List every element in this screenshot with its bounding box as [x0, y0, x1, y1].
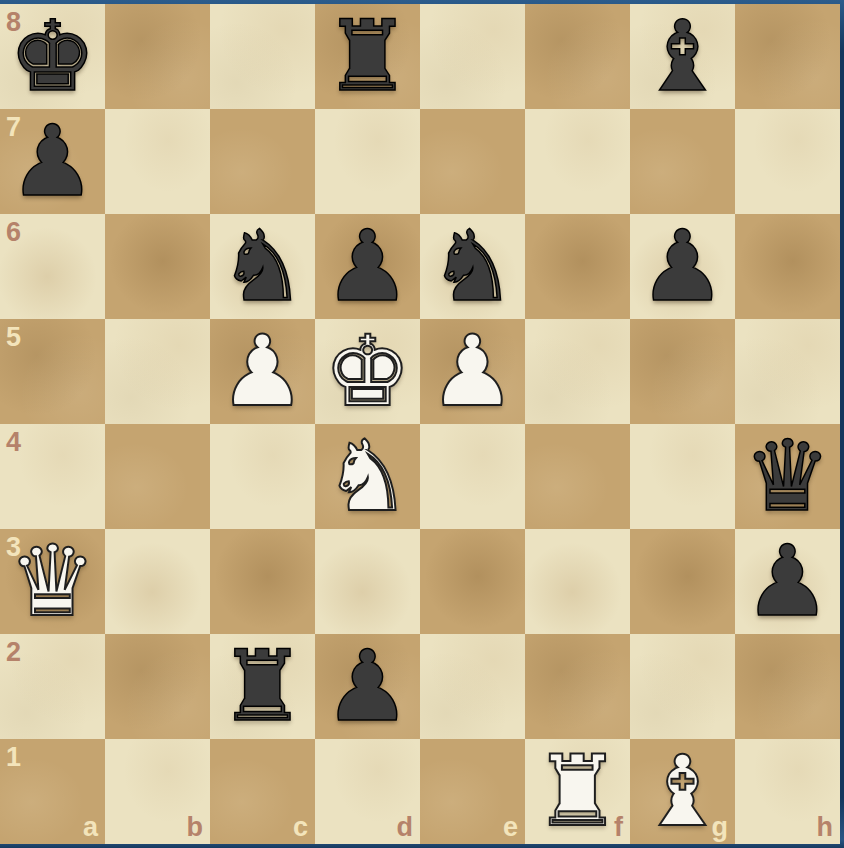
- square-a7[interactable]: 7♟: [0, 109, 105, 214]
- square-g8[interactable]: ♝: [630, 4, 735, 109]
- square-c7[interactable]: [210, 109, 315, 214]
- square-b2[interactable]: [105, 634, 210, 739]
- piece-white-queen-a3[interactable]: ♛: [0, 529, 105, 634]
- file-label-h: h: [817, 814, 834, 841]
- square-c5[interactable]: ♟: [210, 319, 315, 424]
- square-d3[interactable]: [315, 529, 420, 634]
- piece-black-pawn-h3[interactable]: ♟: [735, 529, 840, 634]
- piece-black-knight-c6[interactable]: ♞: [210, 214, 315, 319]
- square-b3[interactable]: [105, 529, 210, 634]
- square-d1[interactable]: d: [315, 739, 420, 844]
- square-f2[interactable]: [525, 634, 630, 739]
- rank-label-1: 1: [6, 744, 21, 771]
- square-h5[interactable]: [735, 319, 840, 424]
- square-e1[interactable]: e: [420, 739, 525, 844]
- square-f7[interactable]: [525, 109, 630, 214]
- rank-label-5: 5: [6, 324, 21, 351]
- square-c4[interactable]: [210, 424, 315, 529]
- piece-white-pawn-e5[interactable]: ♟: [420, 319, 525, 424]
- piece-black-knight-e6[interactable]: ♞: [420, 214, 525, 319]
- square-a2[interactable]: 2: [0, 634, 105, 739]
- square-d5[interactable]: ♚: [315, 319, 420, 424]
- square-g3[interactable]: [630, 529, 735, 634]
- file-label-a: a: [83, 814, 98, 841]
- file-label-e: e: [503, 814, 518, 841]
- square-g1[interactable]: g♝: [630, 739, 735, 844]
- square-h7[interactable]: [735, 109, 840, 214]
- square-e6[interactable]: ♞: [420, 214, 525, 319]
- piece-black-pawn-d6[interactable]: ♟: [315, 214, 420, 319]
- square-e3[interactable]: [420, 529, 525, 634]
- square-h6[interactable]: [735, 214, 840, 319]
- square-f6[interactable]: [525, 214, 630, 319]
- square-e5[interactable]: ♟: [420, 319, 525, 424]
- piece-white-rook-f1[interactable]: ♜: [525, 739, 630, 844]
- rank-label-6: 6: [6, 219, 21, 246]
- piece-black-rook-d8[interactable]: ♜: [315, 4, 420, 109]
- piece-white-pawn-c5[interactable]: ♟: [210, 319, 315, 424]
- square-f1[interactable]: f♜: [525, 739, 630, 844]
- square-e2[interactable]: [420, 634, 525, 739]
- square-d7[interactable]: [315, 109, 420, 214]
- square-c2[interactable]: ♜: [210, 634, 315, 739]
- file-label-d: d: [397, 814, 414, 841]
- square-h8[interactable]: [735, 4, 840, 109]
- square-g4[interactable]: [630, 424, 735, 529]
- square-c1[interactable]: c: [210, 739, 315, 844]
- square-h4[interactable]: ♛: [735, 424, 840, 529]
- rank-label-4: 4: [6, 429, 21, 456]
- square-b5[interactable]: [105, 319, 210, 424]
- file-label-b: b: [187, 814, 204, 841]
- square-a8[interactable]: 8♚: [0, 4, 105, 109]
- piece-black-king-a8[interactable]: ♚: [0, 4, 105, 109]
- board-frame: 8♚♜♝7♟6♞♟♞♟5♟♚♟4♞♛3♛♟2♜♟1abcdef♜g♝h: [0, 0, 844, 848]
- square-a3[interactable]: 3♛: [0, 529, 105, 634]
- square-b4[interactable]: [105, 424, 210, 529]
- square-a4[interactable]: 4: [0, 424, 105, 529]
- square-f5[interactable]: [525, 319, 630, 424]
- square-b6[interactable]: [105, 214, 210, 319]
- piece-black-pawn-d2[interactable]: ♟: [315, 634, 420, 739]
- square-f3[interactable]: [525, 529, 630, 634]
- piece-white-knight-d4[interactable]: ♞: [315, 424, 420, 529]
- square-h2[interactable]: [735, 634, 840, 739]
- square-g6[interactable]: ♟: [630, 214, 735, 319]
- square-c8[interactable]: [210, 4, 315, 109]
- square-g7[interactable]: [630, 109, 735, 214]
- square-b1[interactable]: b: [105, 739, 210, 844]
- square-e7[interactable]: [420, 109, 525, 214]
- piece-black-pawn-g6[interactable]: ♟: [630, 214, 735, 319]
- square-h1[interactable]: h: [735, 739, 840, 844]
- square-a5[interactable]: 5: [0, 319, 105, 424]
- square-a1[interactable]: 1a: [0, 739, 105, 844]
- square-c3[interactable]: [210, 529, 315, 634]
- piece-white-king-d5[interactable]: ♚: [315, 319, 420, 424]
- square-d4[interactable]: ♞: [315, 424, 420, 529]
- piece-black-bishop-g8[interactable]: ♝: [630, 4, 735, 109]
- file-label-c: c: [293, 814, 308, 841]
- square-d6[interactable]: ♟: [315, 214, 420, 319]
- square-e8[interactable]: [420, 4, 525, 109]
- piece-black-rook-c2[interactable]: ♜: [210, 634, 315, 739]
- piece-black-pawn-a7[interactable]: ♟: [0, 109, 105, 214]
- chess-board: 8♚♜♝7♟6♞♟♞♟5♟♚♟4♞♛3♛♟2♜♟1abcdef♜g♝h: [0, 4, 840, 844]
- square-d2[interactable]: ♟: [315, 634, 420, 739]
- piece-white-bishop-g1[interactable]: ♝: [630, 739, 735, 844]
- square-e4[interactable]: [420, 424, 525, 529]
- square-g5[interactable]: [630, 319, 735, 424]
- square-f4[interactable]: [525, 424, 630, 529]
- square-f8[interactable]: [525, 4, 630, 109]
- piece-black-queen-h4[interactable]: ♛: [735, 424, 840, 529]
- square-b7[interactable]: [105, 109, 210, 214]
- square-d8[interactable]: ♜: [315, 4, 420, 109]
- square-g2[interactable]: [630, 634, 735, 739]
- square-a6[interactable]: 6: [0, 214, 105, 319]
- square-b8[interactable]: [105, 4, 210, 109]
- rank-label-2: 2: [6, 639, 21, 666]
- square-c6[interactable]: ♞: [210, 214, 315, 319]
- square-h3[interactable]: ♟: [735, 529, 840, 634]
